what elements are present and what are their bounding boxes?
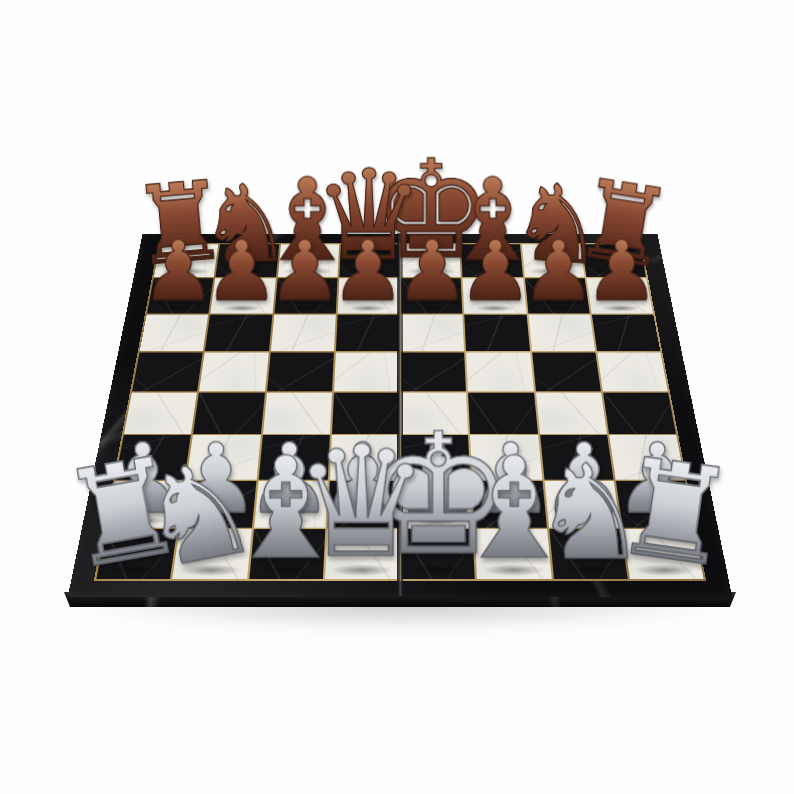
square-e6[interactable] xyxy=(401,314,464,351)
square-e5[interactable] xyxy=(401,352,466,391)
square-a5[interactable] xyxy=(132,352,203,391)
board-perspective-wrapper: ♜♞♝♛♚♝♞♜♟♟♟♟♟♟♟♟♟♟♟♟♟♟♟♟♜♞♝♛♚♝♞♜ xyxy=(110,102,690,682)
square-c7[interactable]: ♟ xyxy=(274,278,337,313)
chess-set-photo: ♜♞♝♛♚♝♞♜♟♟♟♟♟♟♟♟♟♟♟♟♟♟♟♟♜♞♝♛♚♝♞♜ xyxy=(0,0,794,794)
piece-white-knight[interactable]: ♞ xyxy=(531,447,649,578)
square-h6[interactable] xyxy=(592,314,661,351)
square-b1[interactable]: ♞ xyxy=(173,529,252,579)
playing-field: ♜♞♝♛♚♝♞♜♟♟♟♟♟♟♟♟♟♟♟♟♟♟♟♟♜♞♝♛♚♝♞♜ xyxy=(94,243,706,580)
square-f7[interactable]: ♟ xyxy=(463,278,526,313)
square-c6[interactable] xyxy=(270,314,335,351)
square-g6[interactable] xyxy=(528,314,595,351)
square-d5[interactable] xyxy=(334,352,399,391)
chessboard: ♜♞♝♛♚♝♞♜♟♟♟♟♟♟♟♟♟♟♟♟♟♟♟♟♜♞♝♛♚♝♞♜ xyxy=(68,234,732,597)
square-b7[interactable]: ♟ xyxy=(210,278,275,313)
square-a6[interactable] xyxy=(140,314,209,351)
board-frame: ♜♞♝♛♚♝♞♜♟♟♟♟♟♟♟♟♟♟♟♟♟♟♟♟♜♞♝♛♚♝♞♜ xyxy=(68,234,732,597)
square-b6[interactable] xyxy=(205,314,272,351)
square-f6[interactable] xyxy=(464,314,529,351)
square-e7[interactable]: ♟ xyxy=(401,278,463,313)
square-g1[interactable]: ♞ xyxy=(549,529,628,579)
square-d7[interactable]: ♟ xyxy=(337,278,399,313)
piece-white-knight[interactable]: ♞ xyxy=(128,438,269,589)
square-c5[interactable] xyxy=(267,352,334,391)
square-g7[interactable]: ♟ xyxy=(525,278,590,313)
square-d6[interactable] xyxy=(336,314,399,351)
piece-black-pawn[interactable]: ♟ xyxy=(585,230,659,313)
square-f5[interactable] xyxy=(466,352,533,391)
square-h5[interactable] xyxy=(597,352,668,391)
square-h7[interactable]: ♟ xyxy=(586,278,653,313)
square-g5[interactable] xyxy=(532,352,601,391)
square-b5[interactable] xyxy=(199,352,268,391)
